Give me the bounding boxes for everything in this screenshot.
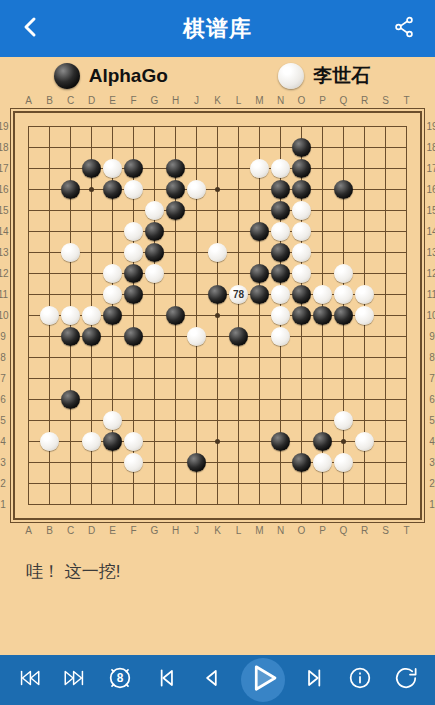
intersection-H1 [165,494,186,515]
intersection-P14 [312,221,333,242]
intersection-G19 [144,116,165,137]
intersection-F7 [123,368,144,389]
intersection-Q3 [333,452,354,473]
row-label-7: 7 [425,368,435,389]
intersection-H3 [165,452,186,473]
intersection-L7 [228,368,249,389]
row-label-1: 1 [0,494,10,515]
intersection-C1 [60,494,81,515]
intersection-A14 [18,221,39,242]
intersection-A18 [18,137,39,158]
col-label-P: P [312,95,333,106]
intersection-T7 [396,368,417,389]
intersection-J15 [186,200,207,221]
intersection-J6 [186,389,207,410]
stone-black-N13 [271,243,290,262]
intersection-K17 [207,158,228,179]
intersection-Q6 [333,389,354,410]
intersection-B7 [39,368,60,389]
intersection-K4 [207,431,228,452]
intersection-C13 [60,242,81,263]
intersection-A7 [18,368,39,389]
intersection-K14 [207,221,228,242]
intersection-F2 [123,473,144,494]
intersection-D3 [81,452,102,473]
intersection-O9 [291,326,312,347]
intersection-J18 [186,137,207,158]
intersection-L18 [228,137,249,158]
intersection-H10 [165,305,186,326]
col-label-C: C [60,525,81,536]
intersection-Q10 [333,305,354,326]
intersection-E17 [102,158,123,179]
intersection-P12 [312,263,333,284]
intersection-P17 [312,158,333,179]
intersection-C19 [60,116,81,137]
intersection-F1 [123,494,144,515]
intersection-K13 [207,242,228,263]
intersection-L8 [228,347,249,368]
intersection-K18 [207,137,228,158]
row-label-18: 18 [0,137,10,158]
row-label-13: 13 [0,242,10,263]
skip-back-button[interactable] [149,659,183,701]
intersection-E16 [102,179,123,200]
intersection-T13 [396,242,417,263]
intersection-O5 [291,410,312,431]
intersection-M4 [249,431,270,452]
intersection-H6 [165,389,186,410]
col-label-A: A [18,95,39,106]
intersection-R5 [354,410,375,431]
intersection-Q7 [333,368,354,389]
intersection-A2 [18,473,39,494]
back-button[interactable] [14,12,48,46]
intersection-N19 [270,116,291,137]
intersection-J2 [186,473,207,494]
intersection-R7 [354,368,375,389]
row-label-14: 14 [425,221,435,242]
stone-white-G12 [145,264,164,283]
row-label-6: 6 [0,389,10,410]
intersection-B12 [39,263,60,284]
move-comment: 哇！ 这一挖! [26,560,435,583]
intersection-G4 [144,431,165,452]
intersection-G3 [144,452,165,473]
intersection-D12 [81,263,102,284]
intersection-R10 [354,305,375,326]
intersection-G1 [144,494,165,515]
info-button[interactable] [343,659,377,701]
intersection-S1 [375,494,396,515]
stone-white-G15 [145,201,164,220]
row-label-2: 2 [0,473,10,494]
row-label-4: 4 [425,431,435,452]
intersection-J11 [186,284,207,305]
players-bar: AlphaGo 李世石 [0,59,435,93]
intersection-H14 [165,221,186,242]
intersection-D15 [81,200,102,221]
intersection-Q8 [333,347,354,368]
intersection-R16 [354,179,375,200]
stone-white-M17 [250,159,269,178]
intersection-N1 [270,494,291,515]
intersection-A15 [18,200,39,221]
column-labels-bottom: ABCDEFGHJKLMNOPQRST [18,523,417,538]
intersection-P8 [312,347,333,368]
intersection-F3 [123,452,144,473]
intersection-S5 [375,410,396,431]
stone-black-O3 [292,453,311,472]
go-board[interactable]: 78 [18,116,417,515]
intersection-T4 [396,431,417,452]
intersection-G11 [144,284,165,305]
intersection-E18 [102,137,123,158]
col-label-L: L [228,95,249,106]
intersection-B10 [39,305,60,326]
intersection-L14 [228,221,249,242]
intersection-A12 [18,263,39,284]
stone-white-D10 [82,306,101,325]
row-label-4: 4 [0,431,10,452]
intersection-R2 [354,473,375,494]
intersection-H4 [165,431,186,452]
intersection-R13 [354,242,375,263]
col-label-N: N [270,525,291,536]
intersection-D7 [81,368,102,389]
intersection-H18 [165,137,186,158]
col-label-L: L [228,525,249,536]
intersection-G7 [144,368,165,389]
intersection-D16 [81,179,102,200]
circled-number-button[interactable]: 8 [103,659,137,701]
intersection-G10 [144,305,165,326]
refresh-button[interactable] [389,659,423,701]
row-label-3: 3 [425,452,435,473]
fast-forward-icon [62,665,88,695]
intersection-T15 [396,200,417,221]
stone-white-F13 [124,243,143,262]
intersection-C16 [60,179,81,200]
intersection-N14 [270,221,291,242]
intersection-T1 [396,494,417,515]
intersection-E2 [102,473,123,494]
intersection-A6 [18,389,39,410]
intersection-N17 [270,158,291,179]
col-label-E: E [102,525,123,536]
info-icon [347,665,373,695]
intersection-B5 [39,410,60,431]
intersection-N12 [270,263,291,284]
row-label-19: 19 [425,116,435,137]
intersection-Q18 [333,137,354,158]
row-label-15: 15 [0,200,10,221]
intersection-C7 [60,368,81,389]
intersection-N13 [270,242,291,263]
stone-white-K13 [208,243,227,262]
chevron-left-icon [19,15,43,43]
intersection-A11 [18,284,39,305]
intersection-J16 [186,179,207,200]
intersection-Q17 [333,158,354,179]
stone-black-Q10 [334,306,353,325]
intersection-A10 [18,305,39,326]
intersection-S12 [375,263,396,284]
intersection-G18 [144,137,165,158]
page-title: 棋谱库 [183,14,252,44]
circled-number-icon: 8 [107,665,133,695]
intersection-C6 [60,389,81,410]
intersection-E8 [102,347,123,368]
intersection-O16 [291,179,312,200]
hoshi-K4 [215,439,220,444]
column-labels-top: ABCDEFGHJKLMNOPQRST [18,93,417,108]
intersection-J9 [186,326,207,347]
stone-black-Q16 [334,180,353,199]
intersection-O14 [291,221,312,242]
intersection-O2 [291,473,312,494]
intersection-C15 [60,200,81,221]
fast-rewind-button[interactable] [12,659,46,701]
intersection-P9 [312,326,333,347]
intersection-C3 [60,452,81,473]
stone-black-J3 [187,453,206,472]
intersection-S17 [375,158,396,179]
intersection-P19 [312,116,333,137]
row-label-8: 8 [425,347,435,368]
intersection-B9 [39,326,60,347]
intersection-F15 [123,200,144,221]
intersection-H17 [165,158,186,179]
col-label-M: M [249,95,270,106]
stone-black-C16 [61,180,80,199]
stone-white-Q3 [334,453,353,472]
intersection-F5 [123,410,144,431]
col-label-D: D [81,525,102,536]
col-label-K: K [207,525,228,536]
col-label-F: F [123,95,144,106]
intersection-S2 [375,473,396,494]
intersection-K15 [207,200,228,221]
stone-black-N12 [271,264,290,283]
stone-white-O15 [292,201,311,220]
app-root: 棋谱库 AlphaGo 李世石 ABCDEFGHJKLMNOPQRST 1918… [0,0,435,705]
stone-black-F11 [124,285,143,304]
col-label-B: B [39,95,60,106]
intersection-N3 [270,452,291,473]
intersection-Q9 [333,326,354,347]
intersection-M13 [249,242,270,263]
row-label-9: 9 [425,326,435,347]
stone-black-F17 [124,159,143,178]
intersection-D19 [81,116,102,137]
intersection-E1 [102,494,123,515]
stone-black-P10 [313,306,332,325]
intersection-Q16 [333,179,354,200]
intersection-D11 [81,284,102,305]
stone-black-C6 [61,390,80,409]
intersection-P1 [312,494,333,515]
intersection-H2 [165,473,186,494]
intersection-E14 [102,221,123,242]
intersection-D14 [81,221,102,242]
stone-black-N4 [271,432,290,451]
hoshi-K16 [215,187,220,192]
intersection-D2 [81,473,102,494]
refresh-icon [393,665,419,695]
intersection-H13 [165,242,186,263]
intersection-S14 [375,221,396,242]
col-label-H: H [165,525,186,536]
intersection-E10 [102,305,123,326]
col-label-S: S [375,525,396,536]
intersection-F8 [123,347,144,368]
intersection-L10 [228,305,249,326]
intersection-P13 [312,242,333,263]
intersection-P10 [312,305,333,326]
row-label-9: 9 [0,326,10,347]
stone-white-C13 [61,243,80,262]
intersection-Q2 [333,473,354,494]
intersection-K19 [207,116,228,137]
intersection-K11 [207,284,228,305]
row-labels-left: 19181716151413121110987654321 [0,116,10,515]
col-label-J: J [186,95,207,106]
intersection-B2 [39,473,60,494]
intersection-M17 [249,158,270,179]
intersection-G14 [144,221,165,242]
intersection-B14 [39,221,60,242]
intersection-F18 [123,137,144,158]
step-back-button[interactable] [195,659,229,701]
stone-white-F4 [124,432,143,451]
stone-black-E4 [103,432,122,451]
stone-black-M12 [250,264,269,283]
intersection-D8 [81,347,102,368]
intersection-H16 [165,179,186,200]
stone-black-E16 [103,180,122,199]
share-button[interactable] [387,12,421,46]
intersection-D18 [81,137,102,158]
intersection-P3 [312,452,333,473]
play-button[interactable] [240,659,286,701]
col-label-R: R [354,95,375,106]
intersection-B16 [39,179,60,200]
stone-white-F3 [124,453,143,472]
intersection-K7 [207,368,228,389]
row-label-17: 17 [425,158,435,179]
intersection-T16 [396,179,417,200]
intersection-F13 [123,242,144,263]
row-label-19: 19 [0,116,10,137]
intersection-T17 [396,158,417,179]
intersection-L2 [228,473,249,494]
intersection-H19 [165,116,186,137]
intersection-A3 [18,452,39,473]
intersection-E19 [102,116,123,137]
intersection-M7 [249,368,270,389]
intersection-R19 [354,116,375,137]
intersection-S9 [375,326,396,347]
stone-white-N11 [271,285,290,304]
intersection-L11: 78 [228,284,249,305]
intersection-F16 [123,179,144,200]
intersection-C12 [60,263,81,284]
row-label-16: 16 [0,179,10,200]
intersection-B6 [39,389,60,410]
intersection-A17 [18,158,39,179]
intersection-R6 [354,389,375,410]
intersection-K12 [207,263,228,284]
intersection-A5 [18,410,39,431]
intersection-D1 [81,494,102,515]
stone-black-G13 [145,243,164,262]
intersection-T9 [396,326,417,347]
last-move-number: 78 [229,285,248,304]
col-label-J: J [186,525,207,536]
step-forward-button[interactable] [298,659,332,701]
intersection-M10 [249,305,270,326]
stone-black-N15 [271,201,290,220]
intersection-A4 [18,431,39,452]
intersection-P6 [312,389,333,410]
intersection-G16 [144,179,165,200]
intersection-C5 [60,410,81,431]
intersection-A16 [18,179,39,200]
intersection-H12 [165,263,186,284]
intersection-P2 [312,473,333,494]
intersection-R1 [354,494,375,515]
intersection-F4 [123,431,144,452]
row-label-10: 10 [0,305,10,326]
intersection-L16 [228,179,249,200]
intersection-O19 [291,116,312,137]
intersection-O18 [291,137,312,158]
intersection-K9 [207,326,228,347]
intersection-E6 [102,389,123,410]
intersection-B4 [39,431,60,452]
intersection-S8 [375,347,396,368]
intersection-S6 [375,389,396,410]
intersection-Q1 [333,494,354,515]
stone-white-R4 [355,432,374,451]
intersection-L4 [228,431,249,452]
col-label-O: O [291,95,312,106]
step-forward-icon [302,665,328,695]
intersection-C8 [60,347,81,368]
stone-white-E11 [103,285,122,304]
intersection-D9 [81,326,102,347]
intersection-A19 [18,116,39,137]
row-label-5: 5 [0,410,10,431]
intersection-J10 [186,305,207,326]
player-white: 李世石 [218,63,432,89]
stone-white-L11: 78 [229,285,248,304]
fast-forward-button[interactable] [58,659,92,701]
intersection-R8 [354,347,375,368]
stone-black-O18 [292,138,311,157]
col-label-F: F [123,525,144,536]
intersection-L6 [228,389,249,410]
intersection-M3 [249,452,270,473]
intersection-H11 [165,284,186,305]
intersection-T11 [396,284,417,305]
intersection-T6 [396,389,417,410]
player-white-name: 李世石 [313,63,370,89]
intersection-L15 [228,200,249,221]
intersection-L1 [228,494,249,515]
intersection-N2 [270,473,291,494]
